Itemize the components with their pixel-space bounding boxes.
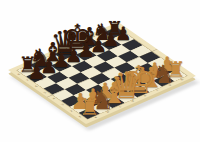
chess-set-photo: a8b7c6d5e4f3g2h1 ♜♞♝♛♚♝♞♜♟♟♟♟♟♟♟♟♟♟♟♟♟♟♟… [0,0,200,142]
white-rook: ♜ [79,98,100,117]
pieces-layer: ♜♞♝♛♚♝♞♜♟♟♟♟♟♟♟♟♟♟♟♟♟♟♟♟♜♞♝♛♚♝♞♜ [0,0,200,142]
black-pawn: ♟ [28,63,46,79]
